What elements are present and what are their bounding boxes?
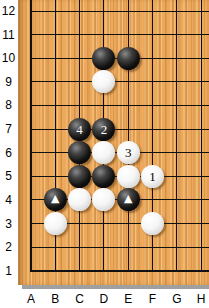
row-label-9: 9	[0, 75, 17, 89]
intersection-B4[interactable]: ▲	[43, 188, 67, 212]
intersection-D10[interactable]	[92, 46, 116, 70]
row-label-3: 3	[0, 217, 17, 231]
white-stone-F3[interactable]	[141, 212, 164, 235]
col-label-B: B	[43, 292, 67, 306]
col-label-F: F	[141, 292, 165, 306]
row-label-6: 6	[0, 146, 17, 160]
black-stone-C7[interactable]: 4	[68, 118, 91, 141]
black-stone-D7[interactable]: 2	[92, 118, 115, 141]
intersection-D6[interactable]	[92, 141, 116, 165]
white-stone-D6[interactable]	[92, 141, 115, 164]
white-stone-F5[interactable]: 1	[141, 165, 164, 188]
intersection-C7[interactable]: 4	[67, 117, 91, 141]
row-label-5: 5	[0, 169, 17, 183]
move-number-label: 1	[149, 169, 156, 182]
intersection-E6[interactable]: 3	[116, 141, 140, 165]
intersection-F5[interactable]: 1	[140, 164, 164, 188]
row-label-11: 11	[0, 28, 17, 42]
col-label-D: D	[92, 292, 116, 306]
row-label-10: 10	[0, 51, 17, 65]
intersection-E10[interactable]	[116, 46, 140, 70]
row-label-1: 1	[0, 264, 17, 278]
black-stone-C5[interactable]	[68, 165, 91, 188]
intersection-D7[interactable]: 2	[92, 117, 116, 141]
row-label-8: 8	[0, 98, 17, 112]
intersection-D9[interactable]	[92, 70, 116, 94]
row-label-12: 12	[0, 4, 17, 18]
move-number-label: 2	[101, 122, 108, 135]
intersection-E4[interactable]: ▲	[116, 188, 140, 212]
col-label-C: C	[68, 292, 92, 306]
row-label-2: 2	[0, 240, 17, 254]
stones-grid: 4231▲▲	[19, 0, 209, 283]
black-stone-B4[interactable]: ▲	[44, 188, 67, 211]
row-label-4: 4	[0, 193, 17, 207]
black-stone-C6[interactable]	[68, 141, 91, 164]
white-stone-E6[interactable]: 3	[117, 141, 140, 164]
go-diagram-window: 4231▲▲ 121110987654321 ABCDEFGH	[0, 0, 209, 308]
row-label-7: 7	[0, 122, 17, 136]
col-label-H: H	[189, 292, 209, 306]
intersection-C4[interactable]	[67, 188, 91, 212]
triangle-mark-icon: ▲	[51, 193, 59, 204]
black-stone-E4[interactable]: ▲	[117, 188, 140, 211]
triangle-mark-icon: ▲	[124, 193, 132, 204]
intersection-D4[interactable]	[92, 188, 116, 212]
intersection-D5[interactable]	[92, 164, 116, 188]
black-stone-E10[interactable]	[117, 47, 140, 70]
intersection-C6[interactable]	[67, 141, 91, 165]
go-board[interactable]: 4231▲▲	[18, 0, 209, 285]
col-label-G: G	[165, 292, 189, 306]
black-stone-D10[interactable]	[92, 47, 115, 70]
white-stone-D9[interactable]	[92, 70, 115, 93]
col-label-A: A	[19, 292, 43, 306]
white-stone-B3[interactable]	[44, 212, 67, 235]
intersection-B3[interactable]	[43, 212, 67, 236]
intersection-E5[interactable]	[116, 164, 140, 188]
intersection-F3[interactable]	[140, 212, 164, 236]
white-stone-D4[interactable]	[92, 188, 115, 211]
white-stone-E5[interactable]	[117, 165, 140, 188]
black-stone-D5[interactable]	[92, 165, 115, 188]
move-number-label: 3	[125, 146, 132, 159]
col-label-E: E	[116, 292, 140, 306]
move-number-label: 4	[76, 122, 83, 135]
intersection-C5[interactable]	[67, 164, 91, 188]
white-stone-C4[interactable]	[68, 188, 91, 211]
